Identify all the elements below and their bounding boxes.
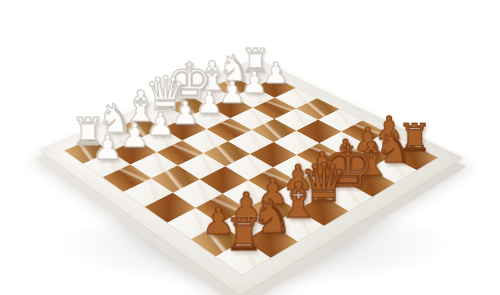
chess-board: ♜♞♝♛♚♝♞♜♟♟♟♟♟♟♟♟♟♟♟♟♟♟♟♟♜♞♝♛♚♝♞♜: [39, 58, 463, 295]
chess-set-photo: ♜♞♝♛♚♝♞♜♟♟♟♟♟♟♟♟♟♟♟♟♟♟♟♟♜♞♝♛♚♝♞♜: [0, 0, 500, 295]
square-a8[interactable]: ♜: [216, 240, 271, 275]
piece-white-pawn-a2[interactable]: ♟: [68, 86, 145, 163]
playing-area: ♜♞♝♛♚♝♞♜♟♟♟♟♟♟♟♟♟♟♟♟♟♟♟♟♜♞♝♛♚♝♞♜: [65, 68, 438, 275]
square-a2[interactable]: ♟: [83, 151, 130, 177]
piece-red-rook-a8[interactable]: ♜: [199, 167, 288, 256]
scene: ♜♞♝♛♚♝♞♜♟♟♟♟♟♟♟♟♟♟♟♟♟♟♟♟♜♞♝♛♚♝♞♜: [0, 0, 500, 295]
